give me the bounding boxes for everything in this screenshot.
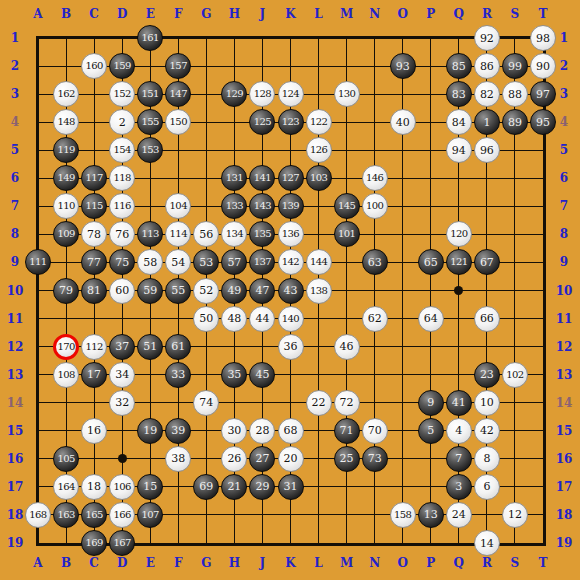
move-number: 2: [119, 117, 126, 128]
stone-M7[interactable]: 145: [334, 193, 360, 219]
stone-N6[interactable]: 146: [362, 165, 388, 191]
stone-L5[interactable]: 126: [306, 137, 332, 163]
coord-label-right-15: 15: [551, 424, 577, 438]
coord-label-left-13: 13: [2, 368, 28, 382]
move-number: 116: [114, 201, 131, 211]
move-number: 157: [170, 61, 187, 71]
stone-M3[interactable]: 130: [334, 81, 360, 107]
coord-label-top-Q: Q: [446, 7, 472, 21]
move-number: 137: [254, 257, 271, 267]
move-number: 162: [57, 89, 74, 99]
move-number: 135: [254, 229, 271, 239]
stone-N9[interactable]: 63: [362, 249, 388, 275]
goban[interactable]: AABBCCDDEEFFGGHHJJKKLLMMNNOOPPQQRRSSTT11…: [0, 0, 580, 580]
stone-F13[interactable]: 33: [165, 362, 191, 388]
coord-label-right-10: 10: [551, 284, 577, 298]
coord-label-right-8: 8: [551, 227, 577, 241]
stone-S4[interactable]: 89: [502, 109, 528, 135]
stone-S3[interactable]: 88: [502, 81, 528, 107]
move-number: 27: [255, 453, 269, 464]
coord-label-left-17: 17: [2, 480, 28, 494]
stone-B12[interactable]: 170: [53, 334, 79, 360]
move-number: 119: [57, 145, 74, 155]
move-number: 49: [227, 285, 241, 296]
stone-K16[interactable]: 20: [278, 446, 304, 472]
move-number: 30: [227, 425, 241, 436]
move-number: 126: [310, 145, 327, 155]
stone-L4[interactable]: 122: [306, 109, 332, 135]
coord-label-bottom-T: T: [530, 556, 556, 570]
move-number: 108: [57, 370, 74, 380]
move-number: 23: [480, 369, 494, 380]
stone-L14[interactable]: 22: [306, 390, 332, 416]
move-number: 143: [254, 201, 271, 211]
stone-E10[interactable]: 59: [137, 278, 163, 304]
stone-P15[interactable]: 5: [418, 418, 444, 444]
stone-F12[interactable]: 61: [165, 334, 191, 360]
move-number: 74: [199, 397, 213, 408]
move-number: 128: [254, 89, 271, 99]
stone-R14[interactable]: 10: [474, 390, 500, 416]
move-number: 50: [199, 313, 213, 324]
move-number: 53: [199, 257, 213, 268]
move-number: 7: [455, 453, 462, 464]
stone-K12[interactable]: 36: [278, 334, 304, 360]
move-number: 28: [255, 425, 269, 436]
stone-R1[interactable]: 92: [474, 25, 500, 51]
coord-label-top-P: P: [418, 7, 444, 21]
move-number: 170: [57, 342, 74, 352]
move-number: 69: [199, 481, 213, 492]
stone-G11[interactable]: 50: [193, 306, 219, 332]
move-number: 12: [508, 509, 522, 520]
stone-K8[interactable]: 136: [278, 221, 304, 247]
stone-P14[interactable]: 9: [418, 390, 444, 416]
move-number: 62: [368, 313, 382, 324]
stone-S13[interactable]: 102: [502, 362, 528, 388]
coord-label-right-13: 13: [551, 368, 577, 382]
stone-H11[interactable]: 48: [221, 306, 247, 332]
coord-label-left-11: 11: [2, 312, 28, 326]
stone-D19[interactable]: 167: [109, 530, 135, 556]
coord-label-bottom-D: D: [109, 556, 135, 570]
move-number: 4: [455, 425, 462, 436]
move-number: 103: [310, 173, 327, 183]
move-number: 140: [282, 314, 299, 324]
move-number: 29: [255, 481, 269, 492]
move-number: 152: [114, 89, 131, 99]
stone-O4[interactable]: 40: [390, 109, 416, 135]
stone-T4[interactable]: 95: [530, 109, 556, 135]
move-number: 118: [114, 173, 131, 183]
stone-D13[interactable]: 34: [109, 362, 135, 388]
stone-D18[interactable]: 166: [109, 502, 135, 528]
move-number: 52: [199, 285, 213, 296]
stone-R17[interactable]: 6: [474, 474, 500, 500]
move-number: 104: [170, 201, 187, 211]
move-number: 22: [312, 397, 326, 408]
move-number: 122: [310, 117, 327, 127]
stone-J11[interactable]: 44: [249, 306, 275, 332]
move-number: 154: [114, 145, 131, 155]
coord-label-top-E: E: [137, 7, 163, 21]
stone-D14[interactable]: 32: [109, 390, 135, 416]
move-number: 10: [480, 397, 494, 408]
move-number: 142: [282, 257, 299, 267]
stone-K4[interactable]: 123: [278, 109, 304, 135]
stone-F10[interactable]: 55: [165, 278, 191, 304]
stone-B16[interactable]: 105: [53, 446, 79, 472]
stone-P11[interactable]: 64: [418, 306, 444, 332]
move-number: 16: [87, 425, 101, 436]
stone-C15[interactable]: 16: [81, 418, 107, 444]
move-number: 113: [142, 229, 159, 239]
move-number: 19: [143, 425, 157, 436]
stone-Q2[interactable]: 85: [446, 53, 472, 79]
stone-K3[interactable]: 124: [278, 81, 304, 107]
stone-D17[interactable]: 106: [109, 474, 135, 500]
coord-label-top-F: F: [165, 7, 191, 21]
coord-label-left-15: 15: [2, 424, 28, 438]
coord-label-right-7: 7: [551, 199, 577, 213]
stone-D12[interactable]: 37: [109, 334, 135, 360]
coord-label-left-12: 12: [2, 340, 28, 354]
coord-label-left-3: 3: [2, 87, 28, 101]
move-number: 93: [396, 61, 410, 72]
stone-R5[interactable]: 96: [474, 137, 500, 163]
stone-Q5[interactable]: 94: [446, 137, 472, 163]
stone-Q4[interactable]: 84: [446, 109, 472, 135]
move-number: 144: [310, 257, 327, 267]
stone-R19[interactable]: 14: [474, 530, 500, 556]
coord-label-bottom-A: A: [25, 556, 51, 570]
move-number: 111: [29, 257, 46, 267]
stone-F16[interactable]: 38: [165, 446, 191, 472]
move-number: 76: [115, 229, 129, 240]
stone-R2[interactable]: 86: [474, 53, 500, 79]
move-number: 57: [227, 257, 241, 268]
stone-O18[interactable]: 158: [390, 502, 416, 528]
stone-K10[interactable]: 43: [278, 278, 304, 304]
coord-label-right-14: 14: [551, 396, 577, 410]
coord-label-top-R: R: [474, 7, 500, 21]
coord-label-top-N: N: [362, 7, 388, 21]
coord-label-bottom-K: K: [278, 556, 304, 570]
coord-label-right-11: 11: [551, 312, 577, 326]
move-number: 77: [87, 257, 101, 268]
coord-label-bottom-G: G: [193, 556, 219, 570]
stone-R4[interactable]: 1: [474, 109, 500, 135]
coord-label-top-H: H: [221, 7, 247, 21]
stone-F15[interactable]: 39: [165, 418, 191, 444]
move-number: 151: [142, 89, 159, 99]
move-number: 66: [480, 313, 494, 324]
coord-label-right-9: 9: [551, 255, 577, 269]
stone-Q16[interactable]: 7: [446, 446, 472, 472]
stone-K15[interactable]: 68: [278, 418, 304, 444]
stone-T2[interactable]: 90: [530, 53, 556, 79]
move-number: 5: [427, 425, 434, 436]
stone-N16[interactable]: 73: [362, 446, 388, 472]
stone-R3[interactable]: 82: [474, 81, 500, 107]
move-number: 59: [143, 285, 157, 296]
move-number: 147: [170, 89, 187, 99]
stone-C19[interactable]: 169: [81, 530, 107, 556]
move-number: 98: [536, 33, 550, 44]
coord-label-left-2: 2: [2, 59, 28, 73]
coord-label-bottom-S: S: [502, 556, 528, 570]
move-number: 58: [143, 257, 157, 268]
move-number: 100: [366, 201, 383, 211]
stone-B3[interactable]: 162: [53, 81, 79, 107]
move-number: 148: [57, 117, 74, 127]
stone-G10[interactable]: 52: [193, 278, 219, 304]
move-number: 166: [114, 510, 131, 520]
coord-label-bottom-J: J: [249, 556, 275, 570]
stone-Q18[interactable]: 24: [446, 502, 472, 528]
stone-Q14[interactable]: 41: [446, 390, 472, 416]
stone-M14[interactable]: 72: [334, 390, 360, 416]
move-number: 123: [282, 117, 299, 127]
stone-B17[interactable]: 164: [53, 474, 79, 500]
move-number: 86: [480, 61, 494, 72]
coord-label-bottom-H: H: [221, 556, 247, 570]
stone-T3[interactable]: 97: [530, 81, 556, 107]
move-number: 65: [424, 257, 438, 268]
stone-P18[interactable]: 13: [418, 502, 444, 528]
stone-E15[interactable]: 19: [137, 418, 163, 444]
move-number: 90: [536, 61, 550, 72]
move-number: 45: [255, 369, 269, 380]
stone-C13[interactable]: 17: [81, 362, 107, 388]
move-number: 109: [57, 229, 74, 239]
stone-B10[interactable]: 79: [53, 278, 79, 304]
coord-label-right-6: 6: [551, 171, 577, 185]
move-number: 6: [483, 481, 490, 492]
coord-label-bottom-E: E: [137, 556, 163, 570]
move-number: 84: [452, 117, 466, 128]
move-number: 153: [142, 145, 159, 155]
stone-E18[interactable]: 107: [137, 502, 163, 528]
coord-label-left-1: 1: [2, 31, 28, 45]
move-number: 101: [338, 229, 355, 239]
stone-R13[interactable]: 23: [474, 362, 500, 388]
move-number: 21: [227, 481, 241, 492]
stone-C2[interactable]: 160: [81, 53, 107, 79]
stone-O2[interactable]: 93: [390, 53, 416, 79]
move-number: 37: [115, 341, 129, 352]
move-number: 63: [368, 257, 382, 268]
move-number: 46: [340, 341, 354, 352]
move-number: 88: [508, 89, 522, 100]
stone-B18[interactable]: 163: [53, 502, 79, 528]
coord-label-right-16: 16: [551, 452, 577, 466]
stone-H13[interactable]: 35: [221, 362, 247, 388]
stone-R15[interactable]: 42: [474, 418, 500, 444]
move-number: 133: [226, 201, 243, 211]
coord-label-right-17: 17: [551, 480, 577, 494]
move-number: 68: [284, 425, 298, 436]
coord-label-top-M: M: [334, 7, 360, 21]
move-number: 41: [452, 397, 466, 408]
move-number: 92: [480, 33, 494, 44]
move-number: 139: [282, 201, 299, 211]
move-number: 160: [85, 61, 102, 71]
move-number: 96: [480, 145, 494, 156]
coord-label-top-D: D: [109, 7, 135, 21]
coord-label-left-19: 19: [2, 536, 28, 550]
coord-label-bottom-P: P: [418, 556, 444, 570]
move-number: 8: [483, 453, 490, 464]
coord-label-left-14: 14: [2, 396, 28, 410]
coord-label-left-5: 5: [2, 143, 28, 157]
move-number: 78: [87, 229, 101, 240]
move-number: 155: [142, 117, 159, 127]
move-number: 83: [452, 89, 466, 100]
move-number: 107: [142, 510, 159, 520]
stone-T1[interactable]: 98: [530, 25, 556, 51]
move-number: 169: [85, 538, 102, 548]
move-number: 115: [85, 201, 102, 211]
coord-label-right-5: 5: [551, 143, 577, 157]
move-number: 70: [368, 425, 382, 436]
stone-C12[interactable]: 112: [81, 334, 107, 360]
move-number: 136: [282, 229, 299, 239]
coord-label-top-S: S: [502, 7, 528, 21]
stone-H15[interactable]: 30: [221, 418, 247, 444]
stone-C17[interactable]: 18: [81, 474, 107, 500]
move-number: 39: [171, 425, 185, 436]
move-number: 82: [480, 89, 494, 100]
stone-C18[interactable]: 165: [81, 502, 107, 528]
stone-G14[interactable]: 74: [193, 390, 219, 416]
stone-H10[interactable]: 49: [221, 278, 247, 304]
move-number: 89: [508, 117, 522, 128]
move-number: 165: [85, 510, 102, 520]
stone-E12[interactable]: 51: [137, 334, 163, 360]
move-number: 163: [57, 510, 74, 520]
stone-Q3[interactable]: 83: [446, 81, 472, 107]
move-number: 15: [143, 481, 157, 492]
move-number: 124: [282, 89, 299, 99]
stone-L10[interactable]: 138: [306, 278, 332, 304]
move-number: 33: [171, 369, 185, 380]
move-number: 138: [310, 286, 327, 296]
move-number: 120: [450, 229, 467, 239]
stone-R11[interactable]: 66: [474, 306, 500, 332]
move-number: 31: [284, 481, 298, 492]
stone-M8[interactable]: 101: [334, 221, 360, 247]
stone-K9[interactable]: 142: [278, 249, 304, 275]
move-number: 94: [452, 145, 466, 156]
stone-K17[interactable]: 31: [278, 474, 304, 500]
stone-M15[interactable]: 71: [334, 418, 360, 444]
stone-M16[interactable]: 25: [334, 446, 360, 472]
stone-L9[interactable]: 144: [306, 249, 332, 275]
stone-K6[interactable]: 127: [278, 165, 304, 191]
stone-N7[interactable]: 100: [362, 193, 388, 219]
move-number: 64: [424, 313, 438, 324]
move-number: 43: [284, 285, 298, 296]
stone-J10[interactable]: 47: [249, 278, 275, 304]
coord-label-top-T: T: [530, 7, 556, 21]
move-number: 85: [452, 61, 466, 72]
move-number: 42: [480, 425, 494, 436]
move-number: 14: [480, 538, 494, 549]
move-number: 47: [255, 285, 269, 296]
move-number: 81: [87, 285, 101, 296]
coord-label-top-A: A: [25, 7, 51, 21]
stone-Q17[interactable]: 3: [446, 474, 472, 500]
stone-L6[interactable]: 103: [306, 165, 332, 191]
coord-label-top-G: G: [193, 7, 219, 21]
move-number: 72: [340, 397, 354, 408]
move-number: 130: [338, 89, 355, 99]
coord-label-right-19: 19: [551, 536, 577, 550]
stone-E17[interactable]: 15: [137, 474, 163, 500]
move-number: 102: [506, 370, 523, 380]
move-number: 9: [427, 397, 434, 408]
coord-label-top-O: O: [390, 7, 416, 21]
move-number: 1: [483, 117, 490, 128]
move-number: 32: [115, 397, 129, 408]
stone-Q15[interactable]: 4: [446, 418, 472, 444]
stone-S2[interactable]: 99: [502, 53, 528, 79]
coord-label-bottom-L: L: [306, 556, 332, 570]
move-number: 13: [424, 509, 438, 520]
stone-R16[interactable]: 8: [474, 446, 500, 472]
stone-S18[interactable]: 12: [502, 502, 528, 528]
stone-K7[interactable]: 139: [278, 193, 304, 219]
move-number: 35: [227, 369, 241, 380]
move-number: 106: [114, 482, 131, 492]
stone-K11[interactable]: 140: [278, 306, 304, 332]
move-number: 99: [508, 61, 522, 72]
move-number: 3: [455, 481, 462, 492]
move-number: 121: [450, 257, 467, 267]
move-number: 117: [85, 173, 102, 183]
stone-B13[interactable]: 108: [53, 362, 79, 388]
coord-label-top-K: K: [278, 7, 304, 21]
stone-D10[interactable]: 60: [109, 278, 135, 304]
move-number: 24: [452, 509, 466, 520]
move-number: 110: [57, 201, 74, 211]
coord-label-left-4: 4: [2, 115, 28, 129]
stone-A18[interactable]: 168: [25, 502, 51, 528]
move-number: 79: [59, 285, 73, 296]
move-number: 161: [142, 33, 159, 43]
move-number: 127: [282, 173, 299, 183]
move-number: 25: [340, 453, 354, 464]
coord-label-top-J: J: [249, 7, 275, 21]
stone-N11[interactable]: 62: [362, 306, 388, 332]
move-number: 168: [29, 510, 46, 520]
stone-J13[interactable]: 45: [249, 362, 275, 388]
move-number: 38: [171, 453, 185, 464]
move-number: 71: [340, 425, 354, 436]
stone-C10[interactable]: 81: [81, 278, 107, 304]
stone-M12[interactable]: 46: [334, 334, 360, 360]
coord-label-top-C: C: [81, 7, 107, 21]
move-number: 125: [254, 117, 271, 127]
move-number: 164: [57, 482, 74, 492]
move-number: 97: [536, 89, 550, 100]
move-number: 112: [85, 342, 102, 352]
stone-N15[interactable]: 70: [362, 418, 388, 444]
move-number: 114: [170, 229, 187, 239]
coord-label-bottom-O: O: [390, 556, 416, 570]
move-number: 95: [536, 117, 550, 128]
